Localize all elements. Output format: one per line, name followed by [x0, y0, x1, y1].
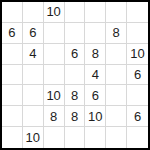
grid-cell-r6c7[interactable]: 6 [127, 106, 148, 127]
grid-cell-r1c7[interactable] [127, 2, 148, 23]
grid-cell-r2c3[interactable] [44, 23, 65, 44]
grid-cell-r6c6[interactable] [106, 106, 127, 127]
grid-cell-r6c4[interactable]: 8 [65, 106, 86, 127]
grid-cell-r1c3[interactable]: 10 [44, 2, 65, 23]
grid-cell-r7c3[interactable] [44, 127, 65, 148]
grid-cell-r2c4[interactable] [65, 23, 86, 44]
grid-cell-r3c4[interactable]: 6 [65, 44, 86, 65]
grid-cell-r5c3[interactable]: 10 [44, 85, 65, 106]
grid-cell-r4c3[interactable] [44, 65, 65, 86]
grid-cell-r5c7[interactable] [127, 85, 148, 106]
grid-cell-r2c2[interactable]: 6 [23, 23, 44, 44]
grid-cell-r3c1[interactable] [2, 44, 23, 65]
grid-cell-r1c4[interactable] [65, 2, 86, 23]
grid-cell-r5c1[interactable] [2, 85, 23, 106]
grid-cell-r4c2[interactable] [23, 65, 44, 86]
grid-cell-r3c5[interactable]: 8 [85, 44, 106, 65]
grid-cell-r7c2[interactable]: 10 [23, 127, 44, 148]
grid-cell-r7c1[interactable] [2, 127, 23, 148]
grid-cell-r1c2[interactable] [23, 2, 44, 23]
grid-cell-r6c1[interactable] [2, 106, 23, 127]
grid-cell-r2c6[interactable]: 8 [106, 23, 127, 44]
grid-cell-r6c3[interactable]: 8 [44, 106, 65, 127]
grid-cell-r5c4[interactable]: 8 [65, 85, 86, 106]
grid-cell-r5c6[interactable] [106, 85, 127, 106]
grid-cell-r4c1[interactable] [2, 65, 23, 86]
grid-cell-r1c5[interactable] [85, 2, 106, 23]
grid-cell-r7c4[interactable] [65, 127, 86, 148]
grid-cell-r4c6[interactable] [106, 65, 127, 86]
grid-cell-r4c5[interactable]: 4 [85, 65, 106, 86]
grid-cell-r3c7[interactable]: 10 [127, 44, 148, 65]
grid-cell-r4c4[interactable] [65, 65, 86, 86]
grid-cell-r3c3[interactable] [44, 44, 65, 65]
grid-cell-r4c7[interactable]: 6 [127, 65, 148, 86]
grid-cell-r3c2[interactable]: 4 [23, 44, 44, 65]
grid-cell-r2c1[interactable]: 6 [2, 23, 23, 44]
grid-cell-r1c6[interactable] [106, 2, 127, 23]
grid-cell-r5c2[interactable] [23, 85, 44, 106]
grid-cell-r7c6[interactable] [106, 127, 127, 148]
grid-cell-r3c6[interactable] [106, 44, 127, 65]
grid-cell-r1c1[interactable] [2, 2, 23, 23]
grid-cell-r7c7[interactable] [127, 127, 148, 148]
grid-cell-r5c5[interactable]: 6 [85, 85, 106, 106]
grid-cell-r6c2[interactable] [23, 106, 44, 127]
grid-cell-r7c5[interactable] [85, 127, 106, 148]
puzzle-board: 10668468104610868810610 [0, 0, 150, 150]
grid-cell-r2c5[interactable] [85, 23, 106, 44]
grid-cell-r6c5[interactable]: 10 [85, 106, 106, 127]
grid-cell-r2c7[interactable] [127, 23, 148, 44]
